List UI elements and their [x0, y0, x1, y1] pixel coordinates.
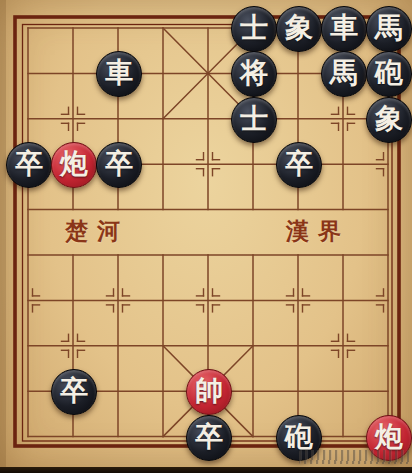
piece-black-soldier[interactable]: 卒 — [6, 142, 52, 188]
piece-glyph: 炮 — [52, 142, 96, 186]
piece-red-cannon[interactable]: 炮 — [51, 142, 97, 188]
piece-glyph: 馬 — [322, 51, 366, 95]
piece-glyph: 卒 — [7, 142, 51, 186]
river-label-han-jie: 漢界 — [286, 218, 350, 246]
piece-glyph: 象 — [277, 6, 321, 50]
piece-glyph: 将 — [232, 51, 276, 95]
piece-glyph: 象 — [367, 97, 411, 141]
piece-black-soldier[interactable]: 卒 — [96, 142, 142, 188]
xiangqi-game-screen: 楚河 漢界 士象車馬車将馬砲士象卒炮卒卒卒帥卒砲炮 — [0, 0, 412, 473]
piece-glyph: 卒 — [187, 415, 231, 459]
piece-black-general[interactable]: 将 — [231, 51, 277, 97]
piece-black-horse[interactable]: 馬 — [321, 51, 367, 97]
piece-glyph: 士 — [232, 97, 276, 141]
piece-glyph: 馬 — [367, 6, 411, 50]
screen-bottom-bar — [0, 467, 412, 473]
piece-black-elephant[interactable]: 象 — [366, 97, 412, 143]
piece-black-chariot[interactable]: 車 — [96, 51, 142, 97]
piece-glyph: 卒 — [97, 142, 141, 186]
piece-glyph: 卒 — [52, 369, 96, 413]
piece-black-advisor[interactable]: 士 — [231, 6, 277, 52]
piece-glyph: 士 — [232, 6, 276, 50]
piece-black-chariot[interactable]: 車 — [321, 6, 367, 52]
piece-glyph: 帥 — [187, 369, 231, 413]
piece-black-soldier[interactable]: 卒 — [51, 369, 97, 415]
piece-red-general[interactable]: 帥 — [186, 369, 232, 415]
piece-glyph: 砲 — [367, 51, 411, 95]
piece-black-horse[interactable]: 馬 — [366, 6, 412, 52]
piece-black-advisor[interactable]: 士 — [231, 97, 277, 143]
piece-glyph: 車 — [322, 6, 366, 50]
river-label-chu-he: 楚河 — [65, 218, 129, 246]
piece-black-cannon[interactable]: 砲 — [366, 51, 412, 97]
watermark-blur — [299, 450, 409, 464]
piece-black-soldier[interactable]: 卒 — [186, 415, 232, 461]
piece-black-soldier[interactable]: 卒 — [276, 142, 322, 188]
piece-black-elephant[interactable]: 象 — [276, 6, 322, 52]
piece-glyph: 車 — [97, 51, 141, 95]
piece-glyph: 卒 — [277, 142, 321, 186]
